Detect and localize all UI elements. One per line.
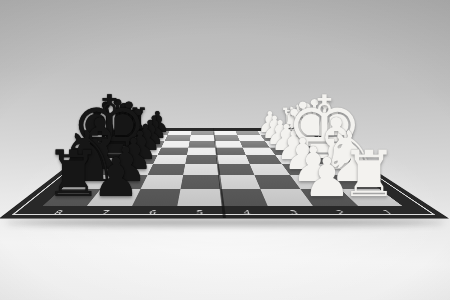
square-d5 [187, 148, 216, 156]
square-e4 [216, 155, 249, 164]
rank-label-6: 6 [127, 209, 177, 216]
square-d6 [158, 148, 189, 156]
chessboard: 87654321 [0, 128, 449, 219]
square-h5 [177, 189, 222, 206]
rank-label-8: 8 [31, 209, 85, 216]
square-e5 [185, 155, 217, 164]
square-f5 [183, 164, 219, 175]
square-e7 [121, 155, 158, 164]
square-f7 [112, 164, 153, 175]
board-shadow [6, 219, 444, 226]
square-f4 [217, 164, 254, 175]
square-g6 [141, 175, 183, 189]
rank-label-3: 3 [269, 209, 320, 216]
rank-label-5: 5 [176, 209, 224, 216]
square-g5 [181, 175, 221, 189]
rank-label-4: 4 [223, 209, 272, 216]
square-d7 [128, 148, 161, 156]
square-h6 [132, 189, 180, 206]
rank-label-7: 7 [79, 209, 131, 216]
rank-label-1: 1 [361, 209, 417, 216]
square-g4 [219, 175, 260, 189]
board-squares [42, 131, 402, 206]
board-rank-labels: 87654321 [31, 209, 417, 216]
square-d4 [215, 148, 245, 156]
square-f6 [148, 164, 186, 175]
rank-label-2: 2 [315, 209, 368, 216]
chess-photo: 87654321 ♜♞♝♛♚♝♞♜♟♟♟♟♟♟♟♟♟♟♟♟♟♟♟♟♜♞♝♛♚♝♞… [0, 0, 450, 300]
square-e6 [153, 155, 187, 164]
